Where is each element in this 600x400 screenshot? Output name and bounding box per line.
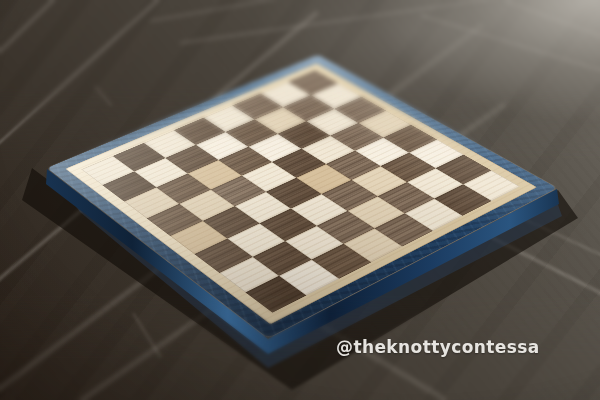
photo-stage: @theknottycontessa — [0, 0, 600, 400]
watermark-text: @theknottycontessa — [336, 337, 540, 357]
